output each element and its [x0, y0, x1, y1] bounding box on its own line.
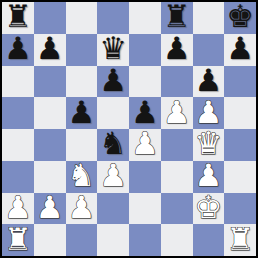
square-a3[interactable]: [2, 161, 34, 193]
black-pawn-a7[interactable]: ♟: [4, 34, 32, 64]
square-d8[interactable]: [97, 2, 129, 34]
square-d5[interactable]: [97, 97, 129, 129]
black-pawn-g6[interactable]: ♟: [194, 66, 222, 96]
square-h6[interactable]: [224, 66, 256, 98]
square-h7[interactable]: ♟: [224, 34, 256, 66]
square-e7[interactable]: [129, 34, 161, 66]
white-pawn-f5[interactable]: ♟: [163, 97, 191, 127]
black-pawn-h7[interactable]: ♟: [226, 34, 254, 64]
square-a2[interactable]: ♟: [2, 193, 34, 225]
white-pawn-d3[interactable]: ♟: [99, 161, 127, 191]
square-h8[interactable]: ♚: [224, 2, 256, 34]
square-g2[interactable]: ♚: [193, 193, 225, 225]
square-f6[interactable]: [161, 66, 193, 98]
square-f8[interactable]: ♜: [161, 2, 193, 34]
square-c4[interactable]: [66, 129, 98, 161]
square-b6[interactable]: [34, 66, 66, 98]
square-e1[interactable]: [129, 224, 161, 256]
black-rook-f8[interactable]: ♜: [163, 2, 191, 32]
square-a6[interactable]: [2, 66, 34, 98]
black-rook-a8[interactable]: ♜: [4, 2, 32, 32]
square-e5[interactable]: ♟: [129, 97, 161, 129]
square-g3[interactable]: ♟: [193, 161, 225, 193]
square-b1[interactable]: [34, 224, 66, 256]
square-g8[interactable]: [193, 2, 225, 34]
black-pawn-e5[interactable]: ♟: [131, 97, 159, 127]
square-g4[interactable]: ♛: [193, 129, 225, 161]
square-a1[interactable]: ♜: [2, 224, 34, 256]
white-king-g2[interactable]: ♚: [194, 193, 222, 223]
white-knight-c3[interactable]: ♞: [67, 161, 95, 191]
square-b3[interactable]: [34, 161, 66, 193]
black-knight-d4[interactable]: ♞: [99, 129, 127, 159]
white-pawn-c2[interactable]: ♟: [67, 193, 95, 223]
black-pawn-c5[interactable]: ♟: [67, 97, 95, 127]
square-c8[interactable]: [66, 2, 98, 34]
square-c2[interactable]: ♟: [66, 193, 98, 225]
white-pawn-b2[interactable]: ♟: [36, 193, 64, 223]
white-pawn-a2[interactable]: ♟: [4, 193, 32, 223]
square-e4[interactable]: ♟: [129, 129, 161, 161]
square-e8[interactable]: [129, 2, 161, 34]
square-f1[interactable]: [161, 224, 193, 256]
square-c7[interactable]: [66, 34, 98, 66]
square-a8[interactable]: ♜: [2, 2, 34, 34]
square-b2[interactable]: ♟: [34, 193, 66, 225]
square-a4[interactable]: [2, 129, 34, 161]
square-e2[interactable]: [129, 193, 161, 225]
square-a5[interactable]: [2, 97, 34, 129]
black-queen-d7[interactable]: ♛: [99, 34, 127, 64]
square-b7[interactable]: ♟: [34, 34, 66, 66]
square-h5[interactable]: [224, 97, 256, 129]
black-king-h8[interactable]: ♚: [226, 2, 254, 32]
square-d2[interactable]: [97, 193, 129, 225]
square-e3[interactable]: [129, 161, 161, 193]
square-c3[interactable]: ♞: [66, 161, 98, 193]
square-g1[interactable]: [193, 224, 225, 256]
square-h1[interactable]: ♜: [224, 224, 256, 256]
white-rook-h1[interactable]: ♜: [226, 224, 254, 254]
black-pawn-f7[interactable]: ♟: [163, 34, 191, 64]
square-h4[interactable]: [224, 129, 256, 161]
square-d6[interactable]: ♟: [97, 66, 129, 98]
square-f4[interactable]: [161, 129, 193, 161]
square-b8[interactable]: [34, 2, 66, 34]
white-pawn-g5[interactable]: ♟: [194, 97, 222, 127]
square-f5[interactable]: ♟: [161, 97, 193, 129]
square-h3[interactable]: [224, 161, 256, 193]
square-b5[interactable]: [34, 97, 66, 129]
black-pawn-d6[interactable]: ♟: [99, 66, 127, 96]
square-h2[interactable]: [224, 193, 256, 225]
square-c6[interactable]: [66, 66, 98, 98]
square-g6[interactable]: ♟: [193, 66, 225, 98]
square-d1[interactable]: [97, 224, 129, 256]
square-f2[interactable]: [161, 193, 193, 225]
square-c5[interactable]: ♟: [66, 97, 98, 129]
white-rook-a1[interactable]: ♜: [4, 224, 32, 254]
square-d7[interactable]: ♛: [97, 34, 129, 66]
black-pawn-b7[interactable]: ♟: [36, 34, 64, 64]
square-d4[interactable]: ♞: [97, 129, 129, 161]
white-queen-g4[interactable]: ♛: [194, 129, 222, 159]
square-g5[interactable]: ♟: [193, 97, 225, 129]
chess-diagram: ♜♜♚♟♟♛♟♟♟♟♟♟♟♟♞♟♛♞♟♟♟♟♟♚♜♜: [0, 0, 258, 258]
square-c1[interactable]: [66, 224, 98, 256]
white-pawn-g3[interactable]: ♟: [194, 161, 222, 191]
square-g7[interactable]: [193, 34, 225, 66]
square-e6[interactable]: [129, 66, 161, 98]
square-b4[interactable]: [34, 129, 66, 161]
square-d3[interactable]: ♟: [97, 161, 129, 193]
white-pawn-e4[interactable]: ♟: [131, 129, 159, 159]
square-a7[interactable]: ♟: [2, 34, 34, 66]
square-f7[interactable]: ♟: [161, 34, 193, 66]
chess-board: ♜♜♚♟♟♛♟♟♟♟♟♟♟♟♞♟♛♞♟♟♟♟♟♚♜♜: [0, 0, 258, 258]
square-f3[interactable]: [161, 161, 193, 193]
